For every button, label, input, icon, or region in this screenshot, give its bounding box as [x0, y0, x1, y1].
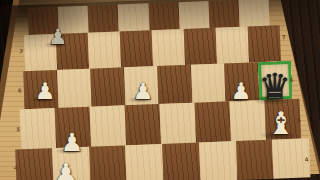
white-pawn-a6[interactable]: ♟ — [35, 80, 56, 103]
white-pawn-g6[interactable]: ♟ — [231, 80, 252, 103]
white-pawn-b7[interactable]: ♟ — [49, 27, 68, 48]
white-pawn-d6[interactable]: ♟ — [133, 80, 154, 103]
chess-app-viewport: 76547654 ♟♟♟♟♛♝♟♟ — [0, 0, 320, 180]
white-pawn-b4[interactable]: ♟ — [53, 160, 79, 180]
pieces-layer: ♟♟♟♟♛♝♟♟ — [0, 0, 320, 180]
white-bishop-h5[interactable]: ♝ — [267, 108, 295, 139]
white-pawn-b5[interactable]: ♟ — [61, 130, 83, 155]
black-queen-h6[interactable]: ♛ — [259, 69, 291, 105]
